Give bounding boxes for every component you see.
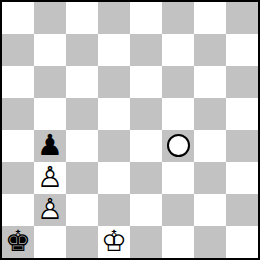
square-b1[interactable] bbox=[34, 226, 66, 258]
square-b5[interactable] bbox=[34, 98, 66, 130]
square-b3[interactable]: ♟♙ bbox=[34, 162, 66, 194]
square-e6[interactable] bbox=[130, 66, 162, 98]
square-h4[interactable] bbox=[226, 130, 258, 162]
square-e2[interactable] bbox=[130, 194, 162, 226]
square-f3[interactable] bbox=[162, 162, 194, 194]
white-circle[interactable] bbox=[167, 134, 190, 157]
square-b4[interactable]: ♟ bbox=[34, 130, 66, 162]
chess-diagram: ♟♟♙♟♙♚♚♔ bbox=[0, 0, 260, 260]
square-a2[interactable] bbox=[2, 194, 34, 226]
square-d3[interactable] bbox=[98, 162, 130, 194]
white-king-outline: ♔ bbox=[98, 226, 130, 258]
square-c2[interactable] bbox=[66, 194, 98, 226]
square-g3[interactable] bbox=[194, 162, 226, 194]
square-g6[interactable] bbox=[194, 66, 226, 98]
square-e8[interactable] bbox=[130, 2, 162, 34]
square-a8[interactable] bbox=[2, 2, 34, 34]
white-pawn-outline: ♙ bbox=[34, 162, 66, 194]
square-g4[interactable] bbox=[194, 130, 226, 162]
square-g1[interactable] bbox=[194, 226, 226, 258]
square-g2[interactable] bbox=[194, 194, 226, 226]
white-pawn[interactable]: ♟♙ bbox=[34, 162, 66, 194]
white-king[interactable]: ♚♔ bbox=[98, 226, 130, 258]
square-c4[interactable] bbox=[66, 130, 98, 162]
square-c5[interactable] bbox=[66, 98, 98, 130]
square-g5[interactable] bbox=[194, 98, 226, 130]
white-pawn-outline: ♙ bbox=[34, 194, 66, 226]
square-f7[interactable] bbox=[162, 34, 194, 66]
square-h2[interactable] bbox=[226, 194, 258, 226]
square-b6[interactable] bbox=[34, 66, 66, 98]
square-f4[interactable] bbox=[162, 130, 194, 162]
square-d2[interactable] bbox=[98, 194, 130, 226]
chessboard: ♟♟♙♟♙♚♚♔ bbox=[0, 0, 260, 260]
square-b8[interactable] bbox=[34, 2, 66, 34]
black-king[interactable]: ♚ bbox=[2, 226, 34, 258]
square-d7[interactable] bbox=[98, 34, 130, 66]
square-d4[interactable] bbox=[98, 130, 130, 162]
square-c8[interactable] bbox=[66, 2, 98, 34]
square-h8[interactable] bbox=[226, 2, 258, 34]
black-pawn-glyph: ♟ bbox=[34, 130, 66, 162]
square-h1[interactable] bbox=[226, 226, 258, 258]
white-pawn[interactable]: ♟♙ bbox=[34, 194, 66, 226]
black-pawn[interactable]: ♟ bbox=[34, 130, 66, 162]
square-a4[interactable] bbox=[2, 130, 34, 162]
square-a7[interactable] bbox=[2, 34, 34, 66]
square-c7[interactable] bbox=[66, 34, 98, 66]
square-d1[interactable]: ♚♔ bbox=[98, 226, 130, 258]
square-b7[interactable] bbox=[34, 34, 66, 66]
square-f6[interactable] bbox=[162, 66, 194, 98]
square-h7[interactable] bbox=[226, 34, 258, 66]
square-a5[interactable] bbox=[2, 98, 34, 130]
square-a3[interactable] bbox=[2, 162, 34, 194]
square-h5[interactable] bbox=[226, 98, 258, 130]
square-f8[interactable] bbox=[162, 2, 194, 34]
square-d8[interactable] bbox=[98, 2, 130, 34]
square-c1[interactable] bbox=[66, 226, 98, 258]
square-c6[interactable] bbox=[66, 66, 98, 98]
square-e3[interactable] bbox=[130, 162, 162, 194]
square-g7[interactable] bbox=[194, 34, 226, 66]
square-e4[interactable] bbox=[130, 130, 162, 162]
square-g8[interactable] bbox=[194, 2, 226, 34]
black-king-glyph: ♚ bbox=[2, 226, 34, 258]
square-h6[interactable] bbox=[226, 66, 258, 98]
square-b2[interactable]: ♟♙ bbox=[34, 194, 66, 226]
square-d5[interactable] bbox=[98, 98, 130, 130]
square-c3[interactable] bbox=[66, 162, 98, 194]
square-f5[interactable] bbox=[162, 98, 194, 130]
square-e5[interactable] bbox=[130, 98, 162, 130]
square-a6[interactable] bbox=[2, 66, 34, 98]
square-d6[interactable] bbox=[98, 66, 130, 98]
square-e7[interactable] bbox=[130, 34, 162, 66]
square-f1[interactable] bbox=[162, 226, 194, 258]
square-h3[interactable] bbox=[226, 162, 258, 194]
square-e1[interactable] bbox=[130, 226, 162, 258]
square-a1[interactable]: ♚ bbox=[2, 226, 34, 258]
square-f2[interactable] bbox=[162, 194, 194, 226]
